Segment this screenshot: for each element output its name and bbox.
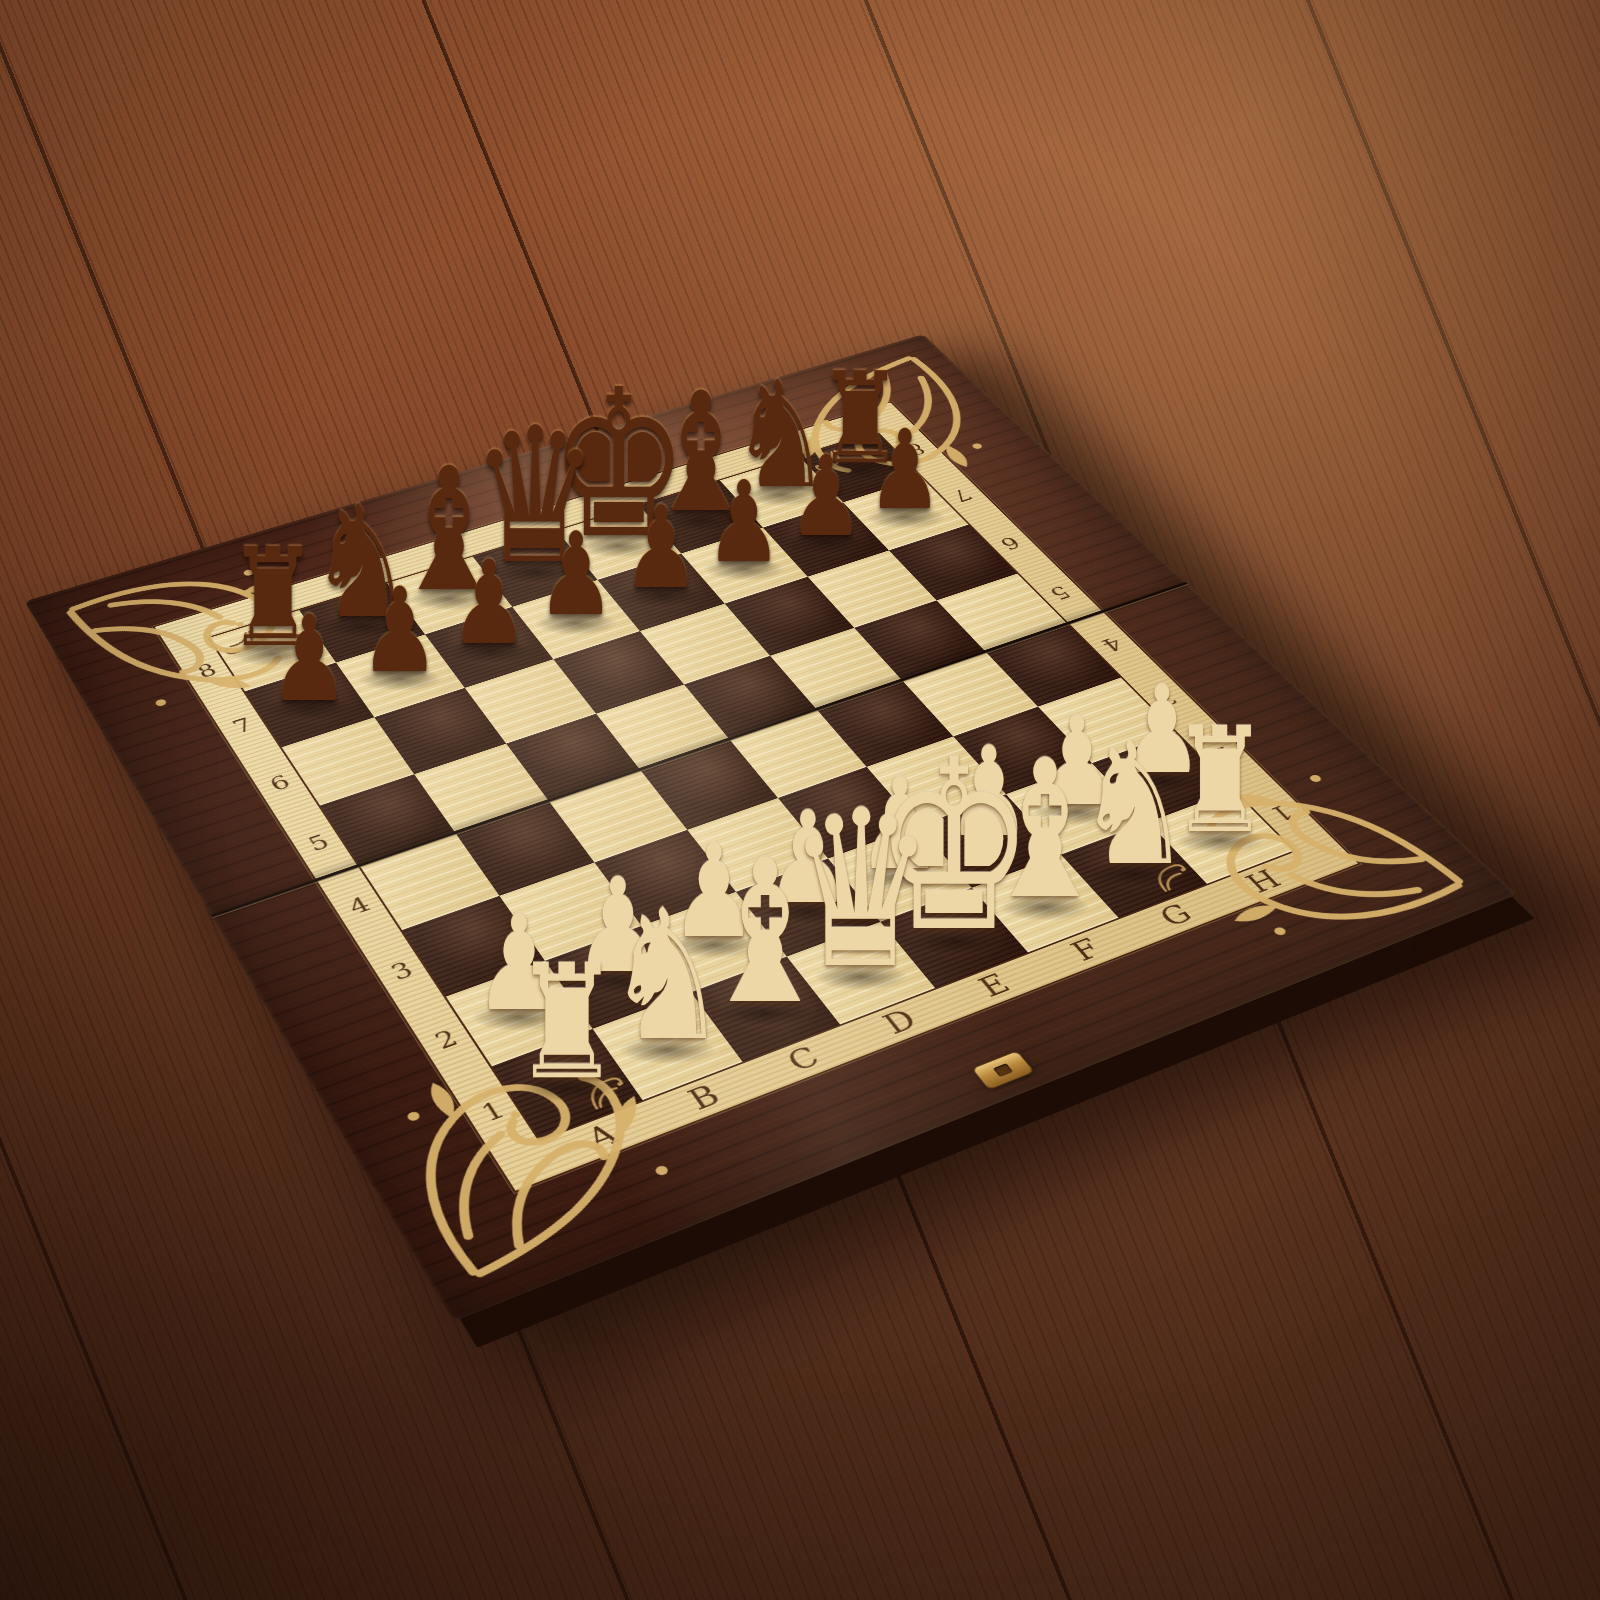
piece-black-pawn-g7[interactable]: ♟ — [788, 441, 864, 552]
piece-black-pawn-f7[interactable]: ♟ — [706, 466, 782, 578]
piece-black-pawn-c7[interactable]: ♟ — [449, 545, 528, 661]
piece-white-rook-a1[interactable]: ♜ — [513, 944, 621, 1102]
piece-black-pawn-h7[interactable]: ♟ — [868, 417, 943, 527]
piece-black-pawn-d7[interactable]: ♟ — [537, 518, 615, 633]
piece-black-pawn-e7[interactable]: ♟ — [622, 492, 699, 605]
piece-black-pawn-a7[interactable]: ♟ — [269, 600, 350, 718]
piece-white-knight-b1[interactable]: ♞ — [606, 886, 729, 1066]
wood-table-background: 87654321 87654321 ABCDEFGH — [0, 0, 1600, 1600]
brass-clasp-icon — [973, 1051, 1034, 1089]
piece-black-pawn-b7[interactable]: ♟ — [360, 572, 440, 689]
